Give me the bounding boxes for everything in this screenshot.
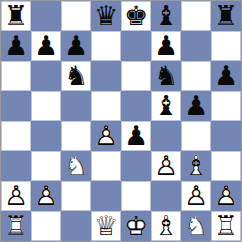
piece-white-rook[interactable]: ♜♖ [211,211,241,241]
piece-black-pawn[interactable]: ♟ [61,31,91,61]
black-piece-glyph: ♚ [121,1,151,31]
piece-white-king[interactable]: ♚♔ [121,211,151,241]
piece-black-pawn[interactable]: ♟ [151,31,181,61]
square-d4[interactable]: ♟♙ [91,121,121,151]
piece-white-queen[interactable]: ♛♕ [91,211,121,241]
square-a7[interactable]: ♟ [1,31,31,61]
square-b7[interactable]: ♟ [31,31,61,61]
square-h3[interactable] [211,151,241,181]
square-e1[interactable]: ♚♔ [121,211,151,241]
square-a6[interactable] [1,61,31,91]
black-piece-glyph: ♛ [91,1,121,31]
chess-board: ♜♛♚♝♜♟♟♟♟♞♞♟♝♟♟♙♟♞♘♟♙♝♗♟♙♟♙♟♙♟♙♜♖♛♕♚♔♝♗♞… [1,1,241,241]
square-h7[interactable] [211,31,241,61]
white-piece-outline: ♘ [61,151,91,181]
square-a3[interactable] [1,151,31,181]
square-e3[interactable] [121,151,151,181]
square-a5[interactable] [1,91,31,121]
piece-white-rook[interactable]: ♜♖ [1,211,31,241]
square-b5[interactable] [31,91,61,121]
square-b6[interactable] [31,61,61,91]
black-piece-glyph: ♟ [1,31,31,61]
piece-white-pawn[interactable]: ♟♙ [211,181,241,211]
square-h6[interactable]: ♟ [211,61,241,91]
piece-black-pawn[interactable]: ♟ [181,91,211,121]
piece-black-bishop[interactable]: ♝ [151,1,181,31]
piece-black-king[interactable]: ♚ [121,1,151,31]
square-g5[interactable]: ♟ [181,91,211,121]
piece-black-knight[interactable]: ♞ [151,61,181,91]
piece-white-pawn[interactable]: ♟♙ [181,181,211,211]
square-b3[interactable] [31,151,61,181]
black-piece-glyph: ♞ [61,61,91,91]
square-f7[interactable]: ♟ [151,31,181,61]
square-b1[interactable] [31,211,61,241]
piece-white-knight[interactable]: ♞♘ [61,151,91,181]
piece-black-bishop[interactable]: ♝ [151,91,181,121]
square-d7[interactable] [91,31,121,61]
square-f4[interactable] [151,121,181,151]
piece-black-knight[interactable]: ♞ [61,61,91,91]
piece-white-pawn[interactable]: ♟♙ [91,121,121,151]
black-piece-glyph: ♞ [151,61,181,91]
black-piece-glyph: ♟ [211,61,241,91]
black-piece-glyph: ♟ [151,31,181,61]
square-h2[interactable]: ♟♙ [211,181,241,211]
piece-white-pawn[interactable]: ♟♙ [31,181,61,211]
square-d8[interactable]: ♛ [91,1,121,31]
square-b4[interactable] [31,121,61,151]
square-a2[interactable]: ♟♙ [1,181,31,211]
black-piece-glyph: ♟ [181,91,211,121]
black-piece-glyph: ♜ [1,1,31,31]
square-g1[interactable]: ♞♘ [181,211,211,241]
white-piece-outline: ♗ [181,151,211,181]
white-piece-outline: ♙ [31,181,61,211]
square-b8[interactable] [31,1,61,31]
white-piece-outline: ♙ [91,121,121,151]
black-piece-glyph: ♝ [151,1,181,31]
piece-black-pawn[interactable]: ♟ [121,121,151,151]
white-piece-outline: ♗ [151,211,181,241]
square-d6[interactable] [91,61,121,91]
square-e8[interactable]: ♚ [121,1,151,31]
black-piece-glyph: ♝ [151,91,181,121]
piece-black-rook[interactable]: ♜ [211,1,241,31]
square-a4[interactable] [1,121,31,151]
white-piece-outline: ♙ [1,181,31,211]
square-g2[interactable]: ♟♙ [181,181,211,211]
piece-black-pawn[interactable]: ♟ [1,31,31,61]
square-c7[interactable]: ♟ [61,31,91,61]
square-c6[interactable]: ♞ [61,61,91,91]
white-piece-outline: ♖ [1,211,31,241]
white-piece-outline: ♕ [91,211,121,241]
square-c4[interactable] [61,121,91,151]
square-d2[interactable] [91,181,121,211]
square-e7[interactable] [121,31,151,61]
white-piece-outline: ♙ [151,151,181,181]
square-c3[interactable]: ♞♘ [61,151,91,181]
square-d5[interactable] [91,91,121,121]
white-piece-outline: ♔ [121,211,151,241]
white-piece-outline: ♙ [181,181,211,211]
black-piece-glyph: ♟ [121,121,151,151]
square-g4[interactable] [181,121,211,151]
black-piece-glyph: ♟ [61,31,91,61]
square-h1[interactable]: ♜♖ [211,211,241,241]
piece-white-pawn[interactable]: ♟♙ [1,181,31,211]
piece-white-bishop[interactable]: ♝♗ [151,211,181,241]
square-h8[interactable]: ♜ [211,1,241,31]
square-d1[interactable]: ♛♕ [91,211,121,241]
piece-black-pawn[interactable]: ♟ [211,61,241,91]
piece-black-pawn[interactable]: ♟ [31,31,61,61]
square-f2[interactable] [151,181,181,211]
square-f1[interactable]: ♝♗ [151,211,181,241]
square-e5[interactable] [121,91,151,121]
square-g7[interactable] [181,31,211,61]
square-c5[interactable] [61,91,91,121]
square-b2[interactable]: ♟♙ [31,181,61,211]
piece-white-knight[interactable]: ♞♘ [181,211,211,241]
square-f3[interactable]: ♟♙ [151,151,181,181]
square-d3[interactable] [91,151,121,181]
white-piece-outline: ♙ [211,181,241,211]
square-e6[interactable] [121,61,151,91]
piece-black-queen[interactable]: ♛ [91,1,121,31]
square-f5[interactable]: ♝ [151,91,181,121]
piece-black-rook[interactable]: ♜ [1,1,31,31]
square-h4[interactable] [211,121,241,151]
square-c2[interactable] [61,181,91,211]
square-e4[interactable]: ♟ [121,121,151,151]
square-a1[interactable]: ♜♖ [1,211,31,241]
square-a8[interactable]: ♜ [1,1,31,31]
square-g6[interactable] [181,61,211,91]
piece-white-bishop[interactable]: ♝♗ [181,151,211,181]
square-g8[interactable] [181,1,211,31]
square-c8[interactable] [61,1,91,31]
square-f8[interactable]: ♝ [151,1,181,31]
square-e2[interactable] [121,181,151,211]
white-piece-outline: ♘ [181,211,211,241]
square-f6[interactable]: ♞ [151,61,181,91]
piece-white-pawn[interactable]: ♟♙ [151,151,181,181]
square-h5[interactable] [211,91,241,121]
black-piece-glyph: ♜ [211,1,241,31]
white-piece-outline: ♖ [211,211,241,241]
square-g3[interactable]: ♝♗ [181,151,211,181]
chess-board-frame: ♜♛♚♝♜♟♟♟♟♞♞♟♝♟♟♙♟♞♘♟♙♝♗♟♙♟♙♟♙♟♙♜♖♛♕♚♔♝♗♞… [0,0,242,242]
black-piece-glyph: ♟ [31,31,61,61]
square-c1[interactable] [61,211,91,241]
